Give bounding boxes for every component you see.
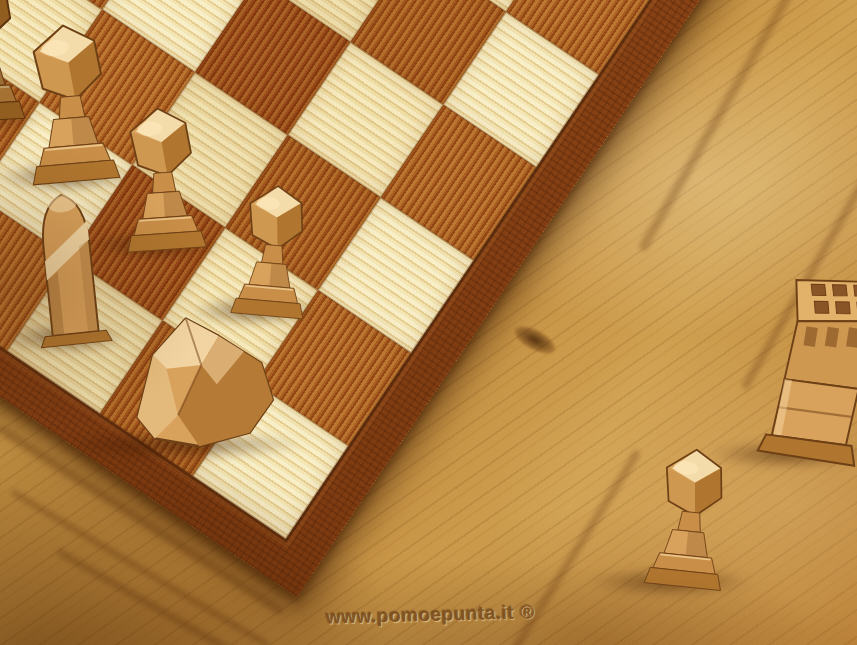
piece-bishop-f1[interactable] xyxy=(16,174,121,350)
piece-pawn-f2[interactable] xyxy=(108,98,215,256)
watermark: www.pomoepunta.it ® xyxy=(326,601,535,628)
piece-rook-table-right[interactable] xyxy=(743,255,857,471)
piece-pawn-g2[interactable] xyxy=(219,176,326,324)
piece-pawn-e2[interactable] xyxy=(12,13,126,189)
photo-scene: www.pomoepunta.it ® xyxy=(0,0,857,645)
piece-pawn-table-bottom[interactable] xyxy=(623,437,756,597)
wood-knot xyxy=(510,320,560,359)
piece-knight-g1[interactable] xyxy=(108,303,283,453)
